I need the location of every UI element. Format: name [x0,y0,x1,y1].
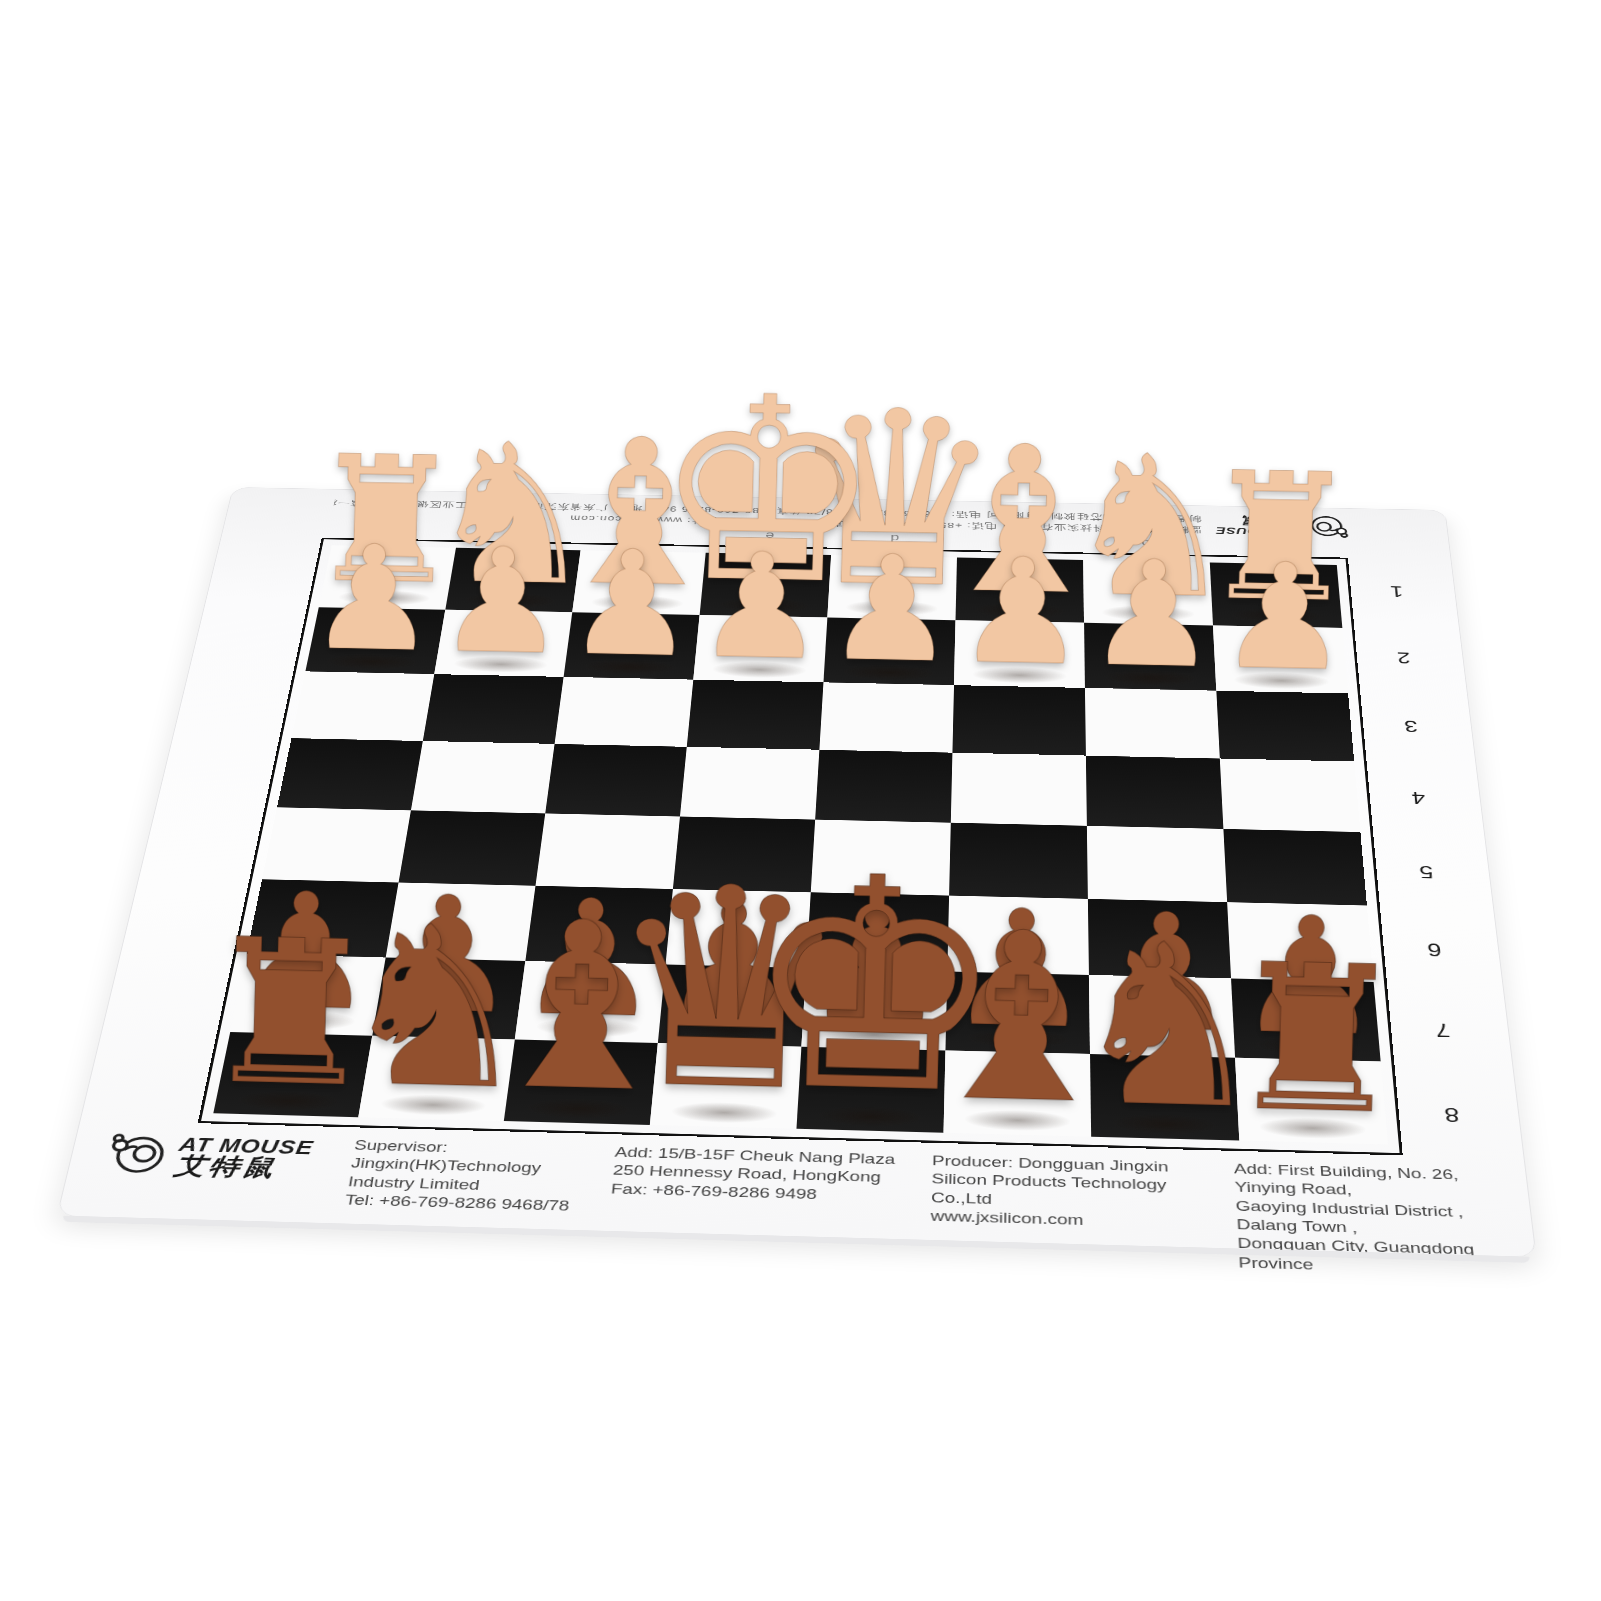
file-label-e: e [707,526,833,545]
white-pawn[interactable]: ♟ [694,538,827,678]
square-f8[interactable]: ♝ [504,1039,658,1125]
black-bishop[interactable]: ♝ [475,896,687,1120]
square-b2[interactable]: ♟ [1084,623,1216,691]
rank-label-3: 3 [1383,690,1440,761]
square-a3[interactable] [1216,691,1354,762]
white-pawn[interactable]: ♟ [435,533,568,673]
square-f3[interactable] [555,677,694,747]
brand-name-cn: 艾特鼠 [172,1154,311,1182]
white-pawn[interactable]: ♟ [306,530,438,669]
square-c8[interactable]: ♝ [944,1050,1092,1136]
address-dg-line3: Dongguan City, Guangdong Province [1237,1234,1506,1280]
square-g4[interactable] [411,741,555,813]
square-h3[interactable] [291,671,434,741]
square-a8[interactable]: ♜ [1235,1058,1388,1145]
info-producer: Producer: Dongguan Jingxin Silicon Produ… [930,1152,1217,1242]
white-pawn[interactable]: ♟ [564,535,697,675]
square-d3[interactable] [819,682,954,752]
white-pawn[interactable]: ♟ [824,540,958,680]
white-pawn[interactable]: ♟ [954,543,1088,684]
square-g2[interactable]: ♟ [434,610,572,677]
file-label-g: g [458,521,585,540]
address-dg-line1: Add: First Building, No. 26, Yinying Roa… [1233,1160,1497,1204]
rank-label-4: 4 [1390,760,1448,834]
square-b3[interactable] [1085,688,1220,759]
white-pawn[interactable]: ♟ [1216,548,1351,689]
rank-label-7: 7 [1412,988,1474,1072]
brand-block-large: AT MOUSE 艾特鼠 [94,1130,336,1217]
info-address-hk: Add: 15/B-15F Cheuk Nang Plaza 250 Henne… [607,1143,912,1233]
square-e4[interactable] [680,747,819,820]
file-label-d: d [832,528,958,547]
black-bishop[interactable]: ♝ [913,906,1127,1132]
address-dg-line2: Gaoying Industrial District , Dalang Tow… [1235,1197,1501,1242]
square-a4[interactable] [1220,758,1361,832]
file-label-f: f [582,524,708,543]
square-h4[interactable] [277,738,423,810]
square-c4[interactable] [951,753,1087,826]
square-h8[interactable]: ♜ [213,1032,372,1117]
square-d4[interactable] [815,750,952,823]
square-c2[interactable]: ♟ [954,620,1085,688]
square-d2[interactable]: ♟ [823,618,955,686]
file-label-c: c [957,531,1083,551]
square-f2[interactable]: ♟ [564,612,700,679]
mouse-logo-icon [102,1130,172,1178]
square-h2[interactable]: ♟ [305,607,445,674]
square-f4[interactable] [545,744,687,817]
rank-label-8: 8 [1420,1070,1484,1158]
file-label-b: b [1083,533,1209,553]
square-b4[interactable] [1086,756,1224,829]
square-c3[interactable] [952,685,1085,755]
chess-mat: AT MOUSE 艾特鼠 监制: 劲芯(香港)科技实业有限公司 电话: +852… [56,487,1536,1258]
board-grid: ♜♞♝♚♛♝♞♜♟♟♟♟♟♟♟♟♟♟♟♟♟♟♟♟♜♞♝♛♚♝♞♜ [213,545,1388,1144]
square-e2[interactable]: ♟ [693,615,827,682]
black-rook[interactable]: ♜ [198,918,380,1111]
file-label-h: h [334,519,461,538]
product-photo-scene: AT MOUSE 艾特鼠 监制: 劲芯(香港)科技实业有限公司 电话: +852… [0,0,1601,1601]
rank-label-5: 5 [1397,833,1456,910]
mat-tilt-wrapper: AT MOUSE 艾特鼠 监制: 劲芯(香港)科技实业有限公司 电话: +852… [0,0,1601,1601]
square-a2[interactable]: ♟ [1213,625,1348,693]
info-supervisor: Supervisor: Jingxin(HK)Technology Indust… [342,1136,596,1224]
producer-line: Producer: Dongguan Jingxin Silicon Produ… [931,1152,1216,1215]
info-address-dg: Add: First Building, No. 26, Yinying Roa… [1233,1160,1502,1250]
black-rook[interactable]: ♜ [1222,943,1409,1139]
rank-label-6: 6 [1404,909,1465,989]
file-label-a: a [1208,536,1336,556]
rank-label-2: 2 [1376,623,1432,691]
white-pawn[interactable]: ♟ [1085,545,1220,686]
supervisor-line: Supervisor: Jingxin(HK)Technology Indust… [347,1136,597,1197]
board-frame: ♜♞♝♚♛♝♞♜♟♟♟♟♟♟♟♟♟♟♟♟♟♟♟♟♜♞♝♛♚♝♞♜ [198,538,1403,1156]
square-g3[interactable] [423,674,564,744]
rank-label-1: 1 [1370,558,1424,624]
square-e3[interactable] [687,680,824,750]
